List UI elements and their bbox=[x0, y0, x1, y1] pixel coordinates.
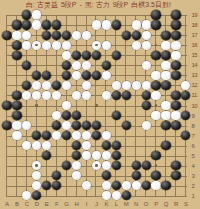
intersection-S1[interactable] bbox=[181, 191, 191, 201]
intersection-D13[interactable] bbox=[32, 70, 42, 80]
intersection-I2[interactable] bbox=[82, 181, 92, 191]
intersection-G3[interactable] bbox=[62, 171, 72, 181]
intersection-N7[interactable] bbox=[131, 131, 141, 141]
intersection-K18[interactable] bbox=[101, 20, 111, 30]
intersection-A3[interactable] bbox=[2, 171, 12, 181]
intersection-H9[interactable] bbox=[72, 110, 82, 120]
intersection-Q9[interactable] bbox=[161, 110, 171, 120]
intersection-E11[interactable] bbox=[42, 90, 52, 100]
intersection-O4[interactable] bbox=[141, 161, 151, 171]
intersection-E8[interactable] bbox=[42, 121, 52, 131]
intersection-D19[interactable] bbox=[32, 10, 42, 20]
intersection-A15[interactable] bbox=[2, 50, 12, 60]
intersection-K6[interactable] bbox=[101, 141, 111, 151]
intersection-N2[interactable] bbox=[131, 181, 141, 191]
intersection-J11[interactable] bbox=[91, 90, 101, 100]
intersection-R6[interactable] bbox=[171, 141, 181, 151]
intersection-G15[interactable] bbox=[62, 50, 72, 60]
intersection-J6[interactable] bbox=[91, 141, 101, 151]
intersection-F15[interactable] bbox=[52, 50, 62, 60]
intersection-B5[interactable] bbox=[12, 151, 22, 161]
intersection-C17[interactable] bbox=[22, 30, 32, 40]
intersection-B4[interactable] bbox=[12, 161, 22, 171]
intersection-N4[interactable] bbox=[131, 161, 141, 171]
intersection-F19[interactable] bbox=[52, 10, 62, 20]
intersection-D14[interactable] bbox=[32, 60, 42, 70]
intersection-P18[interactable] bbox=[151, 20, 161, 30]
intersection-P19[interactable] bbox=[151, 10, 161, 20]
intersection-H13[interactable] bbox=[72, 70, 82, 80]
intersection-J5[interactable] bbox=[91, 151, 101, 161]
intersection-O3[interactable] bbox=[141, 171, 151, 181]
intersection-S2[interactable] bbox=[181, 181, 191, 191]
intersection-M2[interactable] bbox=[121, 181, 131, 191]
intersection-M6[interactable] bbox=[121, 141, 131, 151]
intersection-N6[interactable] bbox=[131, 141, 141, 151]
intersection-K17[interactable] bbox=[101, 30, 111, 40]
intersection-G11[interactable] bbox=[62, 90, 72, 100]
intersection-Q14[interactable] bbox=[161, 60, 171, 70]
intersection-H19[interactable] bbox=[72, 10, 82, 20]
intersection-I9[interactable] bbox=[82, 110, 92, 120]
intersection-S15[interactable] bbox=[181, 50, 191, 60]
intersection-K3[interactable] bbox=[101, 171, 111, 181]
intersection-O17[interactable] bbox=[141, 30, 151, 40]
intersection-M15[interactable] bbox=[121, 50, 131, 60]
intersection-J18[interactable] bbox=[91, 20, 101, 30]
intersection-G12[interactable] bbox=[62, 80, 72, 90]
intersection-R15[interactable] bbox=[171, 50, 181, 60]
intersection-N10[interactable] bbox=[131, 100, 141, 110]
intersection-F7[interactable] bbox=[52, 131, 62, 141]
intersection-O5[interactable] bbox=[141, 151, 151, 161]
intersection-A6[interactable] bbox=[2, 141, 12, 151]
intersection-H11[interactable] bbox=[72, 90, 82, 100]
intersection-S19[interactable] bbox=[181, 10, 191, 20]
intersection-J4[interactable] bbox=[91, 161, 101, 171]
intersection-D17[interactable] bbox=[32, 30, 42, 40]
intersection-I14[interactable] bbox=[82, 60, 92, 70]
intersection-M18[interactable] bbox=[121, 20, 131, 30]
intersection-D15[interactable] bbox=[32, 50, 42, 60]
intersection-Q3[interactable] bbox=[161, 171, 171, 181]
intersection-C9[interactable] bbox=[22, 110, 32, 120]
intersection-I1[interactable] bbox=[82, 191, 92, 201]
intersection-L11[interactable] bbox=[111, 90, 121, 100]
intersection-D4[interactable] bbox=[32, 161, 42, 171]
intersection-N11[interactable] bbox=[131, 90, 141, 100]
intersection-G18[interactable] bbox=[62, 20, 72, 30]
intersection-F9[interactable] bbox=[52, 110, 62, 120]
intersection-I18[interactable] bbox=[82, 20, 92, 30]
intersection-I5[interactable] bbox=[82, 151, 92, 161]
intersection-G14[interactable] bbox=[62, 60, 72, 70]
intersection-S8[interactable] bbox=[181, 121, 191, 131]
intersection-H1[interactable] bbox=[72, 191, 82, 201]
intersection-A5[interactable] bbox=[2, 151, 12, 161]
intersection-A13[interactable] bbox=[2, 70, 12, 80]
intersection-G8[interactable] bbox=[62, 121, 72, 131]
intersection-N19[interactable] bbox=[131, 10, 141, 20]
intersection-K10[interactable] bbox=[101, 100, 111, 110]
intersection-H3[interactable] bbox=[72, 171, 82, 181]
intersection-L16[interactable] bbox=[111, 40, 121, 50]
intersection-J12[interactable] bbox=[91, 80, 101, 90]
intersection-H7[interactable] bbox=[72, 131, 82, 141]
intersection-D11[interactable] bbox=[32, 90, 42, 100]
intersection-B3[interactable] bbox=[12, 171, 22, 181]
intersection-D12[interactable] bbox=[32, 80, 42, 90]
intersection-I16[interactable] bbox=[82, 40, 92, 50]
intersection-L9[interactable] bbox=[111, 110, 121, 120]
intersection-N14[interactable] bbox=[131, 60, 141, 70]
intersection-A14[interactable] bbox=[2, 60, 12, 70]
intersection-O16[interactable] bbox=[141, 40, 151, 50]
intersection-H14[interactable] bbox=[72, 60, 82, 70]
intersection-L4[interactable] bbox=[111, 161, 121, 171]
intersection-E13[interactable] bbox=[42, 70, 52, 80]
intersection-M12[interactable] bbox=[121, 80, 131, 90]
intersection-P7[interactable] bbox=[151, 131, 161, 141]
intersection-J9[interactable] bbox=[91, 110, 101, 120]
intersection-R1[interactable] bbox=[171, 191, 181, 201]
intersection-B2[interactable] bbox=[12, 181, 22, 191]
intersection-B18[interactable] bbox=[12, 20, 22, 30]
intersection-M11[interactable] bbox=[121, 90, 131, 100]
intersection-E18[interactable] bbox=[42, 20, 52, 30]
intersection-E4[interactable] bbox=[42, 161, 52, 171]
intersection-S18[interactable] bbox=[181, 20, 191, 30]
intersection-J19[interactable] bbox=[91, 10, 101, 20]
intersection-K19[interactable] bbox=[101, 10, 111, 20]
intersection-P14[interactable] bbox=[151, 60, 161, 70]
intersection-A18[interactable] bbox=[2, 20, 12, 30]
intersection-F6[interactable] bbox=[52, 141, 62, 151]
intersection-A19[interactable] bbox=[2, 10, 12, 20]
intersection-H12[interactable] bbox=[72, 80, 82, 90]
intersection-G19[interactable] bbox=[62, 10, 72, 20]
intersection-E7[interactable] bbox=[42, 131, 52, 141]
intersection-M7[interactable] bbox=[121, 131, 131, 141]
intersection-L8[interactable] bbox=[111, 121, 121, 131]
intersection-N9[interactable] bbox=[131, 110, 141, 120]
intersection-C18[interactable] bbox=[22, 20, 32, 30]
intersection-P11[interactable] bbox=[151, 90, 161, 100]
intersection-M14[interactable] bbox=[121, 60, 131, 70]
intersection-K8[interactable] bbox=[101, 121, 111, 131]
intersection-G4[interactable] bbox=[62, 161, 72, 171]
intersection-E14[interactable] bbox=[42, 60, 52, 70]
intersection-R4[interactable] bbox=[171, 161, 181, 171]
intersection-S12[interactable] bbox=[181, 80, 191, 90]
intersection-S16[interactable] bbox=[181, 40, 191, 50]
intersection-O7[interactable] bbox=[141, 131, 151, 141]
intersection-D9[interactable] bbox=[32, 110, 42, 120]
intersection-H10[interactable] bbox=[72, 100, 82, 110]
intersection-A9[interactable] bbox=[2, 110, 12, 120]
intersection-Q17[interactable] bbox=[161, 30, 171, 40]
intersection-B13[interactable] bbox=[12, 70, 22, 80]
intersection-Q8[interactable] bbox=[161, 121, 171, 131]
intersection-O10[interactable] bbox=[141, 100, 151, 110]
intersection-M9[interactable] bbox=[121, 110, 131, 120]
intersection-I11[interactable] bbox=[82, 90, 92, 100]
intersection-N17[interactable] bbox=[131, 30, 141, 40]
intersection-Q19[interactable] bbox=[161, 10, 171, 20]
intersection-E19[interactable] bbox=[42, 10, 52, 20]
intersection-R18[interactable] bbox=[171, 20, 181, 30]
intersection-L17[interactable] bbox=[111, 30, 121, 40]
intersection-P12[interactable] bbox=[151, 80, 161, 90]
intersection-S7[interactable] bbox=[181, 131, 191, 141]
intersection-D1[interactable] bbox=[32, 191, 42, 201]
intersection-S14[interactable] bbox=[181, 60, 191, 70]
intersection-L1[interactable] bbox=[111, 191, 121, 201]
intersection-R9[interactable] bbox=[171, 110, 181, 120]
intersection-R8[interactable] bbox=[171, 121, 181, 131]
intersection-C15[interactable] bbox=[22, 50, 32, 60]
intersection-H5[interactable] bbox=[72, 151, 82, 161]
intersection-R13[interactable] bbox=[171, 70, 181, 80]
intersection-N13[interactable] bbox=[131, 70, 141, 80]
intersection-F1[interactable] bbox=[52, 191, 62, 201]
intersection-F3[interactable] bbox=[52, 171, 62, 181]
intersection-I4[interactable] bbox=[82, 161, 92, 171]
intersection-C11[interactable] bbox=[22, 90, 32, 100]
intersection-A7[interactable] bbox=[2, 131, 12, 141]
intersection-H18[interactable] bbox=[72, 20, 82, 30]
intersection-C16[interactable] bbox=[22, 40, 32, 50]
intersection-G1[interactable] bbox=[62, 191, 72, 201]
intersection-K5[interactable] bbox=[101, 151, 111, 161]
intersection-E2[interactable] bbox=[42, 181, 52, 191]
intersection-O11[interactable] bbox=[141, 90, 151, 100]
intersection-G10[interactable] bbox=[62, 100, 72, 110]
intersection-K9[interactable] bbox=[101, 110, 111, 120]
intersection-I19[interactable] bbox=[82, 10, 92, 20]
intersection-O9[interactable] bbox=[141, 110, 151, 120]
intersection-O18[interactable] bbox=[141, 20, 151, 30]
intersection-H17[interactable] bbox=[72, 30, 82, 40]
intersection-N5[interactable] bbox=[131, 151, 141, 161]
intersection-R7[interactable] bbox=[171, 131, 181, 141]
intersection-M4[interactable] bbox=[121, 161, 131, 171]
intersection-J2[interactable] bbox=[91, 181, 101, 191]
intersection-S3[interactable] bbox=[181, 171, 191, 181]
intersection-Q4[interactable] bbox=[161, 161, 171, 171]
intersection-A12[interactable] bbox=[2, 80, 12, 90]
intersection-O13[interactable] bbox=[141, 70, 151, 80]
intersection-K14[interactable] bbox=[101, 60, 111, 70]
intersection-E17[interactable] bbox=[42, 30, 52, 40]
intersection-E5[interactable] bbox=[42, 151, 52, 161]
intersection-B15[interactable] bbox=[12, 50, 22, 60]
intersection-L13[interactable] bbox=[111, 70, 121, 80]
intersection-N8[interactable] bbox=[131, 121, 141, 131]
intersection-M10[interactable] bbox=[121, 100, 131, 110]
intersection-D10[interactable] bbox=[32, 100, 42, 110]
intersection-D8[interactable] bbox=[32, 121, 42, 131]
intersection-L5[interactable] bbox=[111, 151, 121, 161]
intersection-J10[interactable] bbox=[91, 100, 101, 110]
intersection-C3[interactable] bbox=[22, 171, 32, 181]
intersection-B6[interactable] bbox=[12, 141, 22, 151]
intersection-J16[interactable] bbox=[91, 40, 101, 50]
intersection-K2[interactable] bbox=[101, 181, 111, 191]
intersection-Q5[interactable] bbox=[161, 151, 171, 161]
intersection-F2[interactable] bbox=[52, 181, 62, 191]
intersection-S9[interactable] bbox=[181, 110, 191, 120]
intersection-Q10[interactable] bbox=[161, 100, 171, 110]
intersection-K16[interactable] bbox=[101, 40, 111, 50]
intersection-A11[interactable] bbox=[2, 90, 12, 100]
intersection-S17[interactable] bbox=[181, 30, 191, 40]
intersection-Q18[interactable] bbox=[161, 20, 171, 30]
intersection-B10[interactable] bbox=[12, 100, 22, 110]
intersection-B11[interactable] bbox=[12, 90, 22, 100]
intersection-C8[interactable] bbox=[22, 121, 32, 131]
intersection-C5[interactable] bbox=[22, 151, 32, 161]
intersection-L2[interactable] bbox=[111, 181, 121, 191]
intersection-J13[interactable] bbox=[91, 70, 101, 80]
intersection-I13[interactable] bbox=[82, 70, 92, 80]
intersection-E9[interactable] bbox=[42, 110, 52, 120]
intersection-O15[interactable] bbox=[141, 50, 151, 60]
intersection-B9[interactable] bbox=[12, 110, 22, 120]
intersection-M3[interactable] bbox=[121, 171, 131, 181]
intersection-F16[interactable] bbox=[52, 40, 62, 50]
intersection-Q7[interactable] bbox=[161, 131, 171, 141]
intersection-R10[interactable] bbox=[171, 100, 181, 110]
intersection-B1[interactable] bbox=[12, 191, 22, 201]
intersection-S13[interactable] bbox=[181, 70, 191, 80]
intersection-B14[interactable] bbox=[12, 60, 22, 70]
intersection-Q6[interactable] bbox=[161, 141, 171, 151]
intersection-A1[interactable] bbox=[2, 191, 12, 201]
intersection-N1[interactable] bbox=[131, 191, 141, 201]
intersection-I6[interactable] bbox=[82, 141, 92, 151]
intersection-K15[interactable] bbox=[101, 50, 111, 60]
intersection-G9[interactable] bbox=[62, 110, 72, 120]
intersection-H8[interactable] bbox=[72, 121, 82, 131]
intersection-O8[interactable] bbox=[141, 121, 151, 131]
intersection-O2[interactable] bbox=[141, 181, 151, 191]
intersection-N15[interactable] bbox=[131, 50, 141, 60]
intersection-K12[interactable] bbox=[101, 80, 111, 90]
intersection-A4[interactable] bbox=[2, 161, 12, 171]
intersection-G6[interactable] bbox=[62, 141, 72, 151]
intersection-K7[interactable] bbox=[101, 131, 111, 141]
intersection-C12[interactable] bbox=[22, 80, 32, 90]
intersection-H4[interactable] bbox=[72, 161, 82, 171]
intersection-G13[interactable] bbox=[62, 70, 72, 80]
intersection-I8[interactable] bbox=[82, 121, 92, 131]
intersection-A8[interactable] bbox=[2, 121, 12, 131]
intersection-D18[interactable] bbox=[32, 20, 42, 30]
intersection-C7[interactable] bbox=[22, 131, 32, 141]
intersection-P2[interactable] bbox=[151, 181, 161, 191]
intersection-L15[interactable] bbox=[111, 50, 121, 60]
intersection-R19[interactable] bbox=[171, 10, 181, 20]
intersection-K13[interactable] bbox=[101, 70, 111, 80]
intersection-P1[interactable] bbox=[151, 191, 161, 201]
intersection-B17[interactable] bbox=[12, 30, 22, 40]
intersection-F10[interactable] bbox=[52, 100, 62, 110]
intersection-C4[interactable] bbox=[22, 161, 32, 171]
intersection-H15[interactable] bbox=[72, 50, 82, 60]
intersection-D6[interactable] bbox=[32, 141, 42, 151]
intersection-B16[interactable] bbox=[12, 40, 22, 50]
intersection-G2[interactable] bbox=[62, 181, 72, 191]
intersection-R16[interactable] bbox=[171, 40, 181, 50]
intersection-J17[interactable] bbox=[91, 30, 101, 40]
intersection-H2[interactable] bbox=[72, 181, 82, 191]
intersection-P4[interactable] bbox=[151, 161, 161, 171]
intersection-B8[interactable] bbox=[12, 121, 22, 131]
intersection-F18[interactable] bbox=[52, 20, 62, 30]
intersection-C2[interactable] bbox=[22, 181, 32, 191]
intersection-P9[interactable] bbox=[151, 110, 161, 120]
intersection-I17[interactable] bbox=[82, 30, 92, 40]
intersection-R14[interactable] bbox=[171, 60, 181, 70]
intersection-P13[interactable] bbox=[151, 70, 161, 80]
intersection-H16[interactable] bbox=[72, 40, 82, 50]
intersection-M16[interactable] bbox=[121, 40, 131, 50]
intersection-L3[interactable] bbox=[111, 171, 121, 181]
intersection-S5[interactable] bbox=[181, 151, 191, 161]
intersection-F4[interactable] bbox=[52, 161, 62, 171]
intersection-M1[interactable] bbox=[121, 191, 131, 201]
intersection-P16[interactable] bbox=[151, 40, 161, 50]
intersection-S11[interactable] bbox=[181, 90, 191, 100]
intersection-G7[interactable] bbox=[62, 131, 72, 141]
intersection-Q12[interactable] bbox=[161, 80, 171, 90]
intersection-R11[interactable] bbox=[171, 90, 181, 100]
intersection-I3[interactable] bbox=[82, 171, 92, 181]
intersection-M5[interactable] bbox=[121, 151, 131, 161]
intersection-P17[interactable] bbox=[151, 30, 161, 40]
intersection-C19[interactable] bbox=[22, 10, 32, 20]
intersection-R5[interactable] bbox=[171, 151, 181, 161]
intersection-A17[interactable] bbox=[2, 30, 12, 40]
intersection-N16[interactable] bbox=[131, 40, 141, 50]
intersection-J3[interactable] bbox=[91, 171, 101, 181]
intersection-J15[interactable] bbox=[91, 50, 101, 60]
intersection-F14[interactable] bbox=[52, 60, 62, 70]
intersection-D7[interactable] bbox=[32, 131, 42, 141]
intersection-K11[interactable] bbox=[101, 90, 111, 100]
intersection-J8[interactable] bbox=[91, 121, 101, 131]
intersection-G5[interactable] bbox=[62, 151, 72, 161]
intersection-P8[interactable] bbox=[151, 121, 161, 131]
intersection-B7[interactable] bbox=[12, 131, 22, 141]
intersection-S4[interactable] bbox=[181, 161, 191, 171]
intersection-J7[interactable] bbox=[91, 131, 101, 141]
intersection-O1[interactable] bbox=[141, 191, 151, 201]
intersection-I7[interactable] bbox=[82, 131, 92, 141]
intersection-K4[interactable] bbox=[101, 161, 111, 171]
intersection-E3[interactable] bbox=[42, 171, 52, 181]
intersection-P10[interactable] bbox=[151, 100, 161, 110]
intersection-O6[interactable] bbox=[141, 141, 151, 151]
intersection-A10[interactable] bbox=[2, 100, 12, 110]
intersection-E16[interactable] bbox=[42, 40, 52, 50]
intersection-P6[interactable] bbox=[151, 141, 161, 151]
intersection-I15[interactable] bbox=[82, 50, 92, 60]
intersection-L6[interactable] bbox=[111, 141, 121, 151]
intersection-F5[interactable] bbox=[52, 151, 62, 161]
intersection-M13[interactable] bbox=[121, 70, 131, 80]
